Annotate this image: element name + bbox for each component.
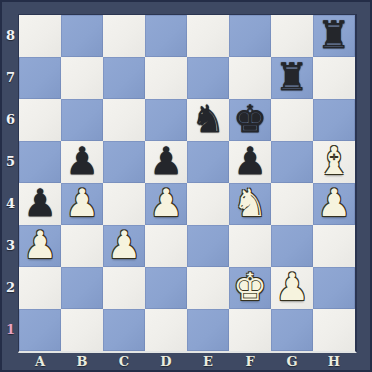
square-b5[interactable]: ♟ <box>61 141 103 183</box>
square-f1[interactable] <box>229 309 271 351</box>
square-e4[interactable] <box>187 183 229 225</box>
rank-label-3: 3 <box>2 224 19 266</box>
piece-black-king-f6: ♚ <box>233 98 267 140</box>
file-label-e: E <box>187 353 229 370</box>
square-a1[interactable] <box>19 309 61 351</box>
rank-label-5: 5 <box>2 140 19 182</box>
piece-white-pawn-b4: ♟ <box>65 182 99 224</box>
rank-label-7: 7 <box>2 56 19 98</box>
square-d5[interactable]: ♟ <box>145 141 187 183</box>
file-label-h: H <box>313 353 355 370</box>
square-c2[interactable] <box>103 267 145 309</box>
piece-white-knight-f4: ♞ <box>233 182 267 224</box>
square-d1[interactable] <box>145 309 187 351</box>
square-d3[interactable] <box>145 225 187 267</box>
piece-black-pawn-a4: ♟ <box>23 182 57 224</box>
square-b1[interactable] <box>61 309 103 351</box>
square-b8[interactable] <box>61 15 103 57</box>
chess-board: ♜♜♞♚♟♟♟♝♟♟♟♞♟♟♟♚♟ <box>18 14 357 353</box>
piece-white-pawn-h4: ♟ <box>317 182 351 224</box>
square-e7[interactable] <box>187 57 229 99</box>
square-g8[interactable] <box>271 15 313 57</box>
square-f7[interactable] <box>229 57 271 99</box>
square-c3[interactable]: ♟ <box>103 225 145 267</box>
square-g3[interactable] <box>271 225 313 267</box>
rank-labels: 87654321 <box>2 14 19 351</box>
square-h1[interactable] <box>313 309 355 351</box>
square-h4[interactable]: ♟ <box>313 183 355 225</box>
square-f6[interactable]: ♚ <box>229 99 271 141</box>
square-a4[interactable]: ♟ <box>19 183 61 225</box>
file-label-g: G <box>271 353 313 370</box>
square-c6[interactable] <box>103 99 145 141</box>
piece-white-pawn-c3: ♟ <box>107 224 141 266</box>
piece-white-bishop-h5: ♝ <box>317 140 351 182</box>
square-a6[interactable] <box>19 99 61 141</box>
square-h3[interactable] <box>313 225 355 267</box>
rank-label-6: 6 <box>2 98 19 140</box>
file-label-a: A <box>19 353 61 370</box>
square-f5[interactable]: ♟ <box>229 141 271 183</box>
piece-white-pawn-g2: ♟ <box>275 266 309 308</box>
square-a2[interactable] <box>19 267 61 309</box>
square-g4[interactable] <box>271 183 313 225</box>
square-c1[interactable] <box>103 309 145 351</box>
rank-label-2: 2 <box>2 266 19 308</box>
square-c4[interactable] <box>103 183 145 225</box>
file-labels: ABCDEFGH <box>19 353 357 370</box>
square-g5[interactable] <box>271 141 313 183</box>
piece-white-pawn-d4: ♟ <box>149 182 183 224</box>
square-e3[interactable] <box>187 225 229 267</box>
square-c5[interactable] <box>103 141 145 183</box>
rank-label-1: 1 <box>2 308 19 350</box>
square-b2[interactable] <box>61 267 103 309</box>
square-g1[interactable] <box>271 309 313 351</box>
square-a5[interactable] <box>19 141 61 183</box>
square-b6[interactable] <box>61 99 103 141</box>
square-h5[interactable]: ♝ <box>313 141 355 183</box>
piece-black-pawn-d5: ♟ <box>149 140 183 182</box>
square-g2[interactable]: ♟ <box>271 267 313 309</box>
file-label-b: B <box>61 353 103 370</box>
square-a7[interactable] <box>19 57 61 99</box>
square-a8[interactable] <box>19 15 61 57</box>
square-d6[interactable] <box>145 99 187 141</box>
square-b3[interactable] <box>61 225 103 267</box>
piece-black-rook-g7: ♜ <box>275 56 309 98</box>
square-e6[interactable]: ♞ <box>187 99 229 141</box>
file-label-f: F <box>229 353 271 370</box>
piece-white-pawn-a3: ♟ <box>23 224 57 266</box>
square-f3[interactable] <box>229 225 271 267</box>
square-d2[interactable] <box>145 267 187 309</box>
square-d4[interactable]: ♟ <box>145 183 187 225</box>
square-h8[interactable]: ♜ <box>313 15 355 57</box>
square-g6[interactable] <box>271 99 313 141</box>
square-e1[interactable] <box>187 309 229 351</box>
square-b7[interactable] <box>61 57 103 99</box>
file-label-c: C <box>103 353 145 370</box>
square-f4[interactable]: ♞ <box>229 183 271 225</box>
square-h6[interactable] <box>313 99 355 141</box>
piece-black-pawn-f5: ♟ <box>233 140 267 182</box>
chess-diagram-frame: ♜♜♞♚♟♟♟♝♟♟♟♞♟♟♟♚♟ 87654321 ABCDEFGH <box>0 0 372 372</box>
rank-label-8: 8 <box>2 14 19 56</box>
square-e8[interactable] <box>187 15 229 57</box>
file-label-d: D <box>145 353 187 370</box>
piece-black-knight-e6: ♞ <box>191 98 225 140</box>
square-e2[interactable] <box>187 267 229 309</box>
square-f8[interactable] <box>229 15 271 57</box>
square-c7[interactable] <box>103 57 145 99</box>
rank-label-4: 4 <box>2 182 19 224</box>
square-e5[interactable] <box>187 141 229 183</box>
square-h2[interactable] <box>313 267 355 309</box>
square-a3[interactable]: ♟ <box>19 225 61 267</box>
square-b4[interactable]: ♟ <box>61 183 103 225</box>
piece-black-pawn-b5: ♟ <box>65 140 99 182</box>
square-f2[interactable]: ♚ <box>229 267 271 309</box>
piece-white-king-f2: ♚ <box>233 266 267 308</box>
square-h7[interactable] <box>313 57 355 99</box>
square-d7[interactable] <box>145 57 187 99</box>
square-c8[interactable] <box>103 15 145 57</box>
square-d8[interactable] <box>145 15 187 57</box>
square-g7[interactable]: ♜ <box>271 57 313 99</box>
piece-black-rook-h8: ♜ <box>317 14 351 56</box>
